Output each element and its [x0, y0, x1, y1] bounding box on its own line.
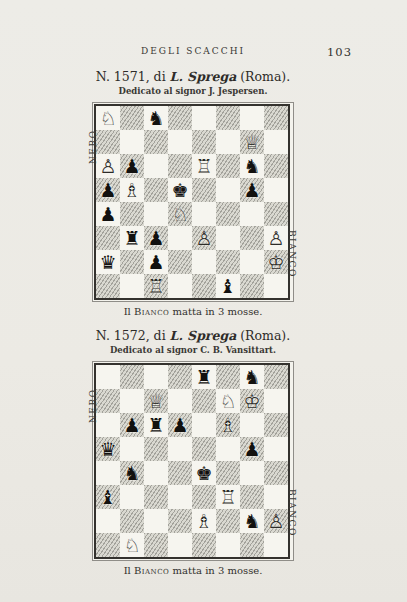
- chess-board-1: ♘♞♕♙♟♖♞♟♗♚♟♟♘♜♟♙♙♛♟♔♖♝: [94, 104, 290, 300]
- square-r8c2: ♘: [120, 533, 144, 557]
- square-r6c1: [96, 226, 120, 250]
- dedication-name: J. Jespersen.: [209, 86, 268, 96]
- square-r2c7: ♕: [240, 130, 264, 154]
- white-side-label: BIANCO: [287, 230, 297, 278]
- square-r1c7: ♞: [240, 365, 264, 389]
- square-r1c2: [120, 106, 144, 130]
- square-r5c2: [120, 202, 144, 226]
- white-rook: ♖: [147, 277, 164, 296]
- white-knight: ♘: [99, 109, 116, 128]
- square-r7c2: [120, 509, 144, 533]
- chess-board-2: ♜♞♕♘♔♟♜♟♗♛♟♞♚♝♖♗♞♙♘: [94, 363, 290, 559]
- square-r7c5: ♗: [192, 509, 216, 533]
- caption-suffix: matta in 3 mosse.: [169, 306, 262, 317]
- square-r5c4: ♘: [168, 202, 192, 226]
- white-king: ♔: [243, 392, 260, 411]
- square-r5c6: [216, 202, 240, 226]
- white-side-label: BIANCO: [287, 489, 297, 537]
- square-r2c6: [216, 130, 240, 154]
- square-r5c8: [264, 461, 288, 485]
- square-r8c4: [168, 533, 192, 557]
- square-r1c8: [264, 365, 288, 389]
- caption-emph: Bianco: [134, 306, 169, 317]
- board-frame: ♜♞♕♘♔♟♜♟♗♛♟♞♚♝♖♗♞♙♘: [92, 361, 294, 561]
- square-r3c6: ♗: [216, 413, 240, 437]
- white-pawn: ♙: [195, 229, 212, 248]
- square-r8c7: [240, 533, 264, 557]
- white-king: ♔: [267, 253, 284, 272]
- square-r4c6: [216, 437, 240, 461]
- page-header: DEGLI SCACCHI 103: [58, 46, 328, 60]
- square-r3c8: [264, 154, 288, 178]
- caption-suffix: matta in 3 mosse.: [169, 565, 262, 576]
- square-r2c4: [168, 130, 192, 154]
- square-r7c3: ♟: [144, 250, 168, 274]
- black-queen: ♛: [99, 440, 116, 459]
- square-r6c5: ♙: [192, 226, 216, 250]
- white-queen: ♕: [243, 133, 260, 152]
- square-r4c7: ♟: [240, 178, 264, 202]
- square-r3c7: [240, 413, 264, 437]
- problem-2-number: N. 1572, di: [96, 328, 170, 343]
- square-r7c3: [144, 509, 168, 533]
- black-knight: ♞: [123, 464, 140, 483]
- square-r2c4: [168, 389, 192, 413]
- square-r4c6: [216, 178, 240, 202]
- square-r2c2: [120, 130, 144, 154]
- square-r8c3: ♖: [144, 274, 168, 298]
- black-rook: ♜: [147, 416, 164, 435]
- square-r6c4: [168, 226, 192, 250]
- square-r2c5: [192, 389, 216, 413]
- white-pawn: ♙: [267, 512, 284, 531]
- black-knight: ♞: [243, 157, 260, 176]
- white-bishop: ♗: [219, 416, 236, 435]
- square-r7c8: ♔: [264, 250, 288, 274]
- black-pawn: ♟: [171, 416, 188, 435]
- square-r1c1: ♘: [96, 106, 120, 130]
- square-r4c5: [192, 437, 216, 461]
- problem-1-stipulation: Il Bianco matta in 3 mosse.: [58, 306, 328, 317]
- square-r6c2: ♜: [120, 226, 144, 250]
- square-r5c5: ♚: [192, 461, 216, 485]
- square-r3c6: [216, 154, 240, 178]
- square-r1c5: ♜: [192, 365, 216, 389]
- square-r3c1: [96, 413, 120, 437]
- problem-1-author: L. Sprega: [170, 69, 237, 84]
- square-r7c4: [168, 509, 192, 533]
- square-r5c7: [240, 202, 264, 226]
- white-bishop: ♗: [123, 181, 140, 200]
- black-king: ♚: [195, 464, 212, 483]
- square-r4c2: [120, 437, 144, 461]
- square-r4c4: ♚: [168, 178, 192, 202]
- dedication-label: Dedicato al signor: [119, 86, 209, 96]
- square-r7c7: [240, 250, 264, 274]
- problem-2-dedication: Dedicato al signor C. B. Vansittart.: [58, 345, 328, 355]
- black-pawn: ♟: [147, 229, 164, 248]
- square-r4c8: [264, 178, 288, 202]
- square-r2c6: ♘: [216, 389, 240, 413]
- page-number: 103: [327, 45, 352, 59]
- square-r6c1: ♝: [96, 485, 120, 509]
- black-bishop: ♝: [219, 277, 236, 296]
- square-r5c3: [144, 202, 168, 226]
- problem-2-place: (Roma).: [236, 328, 290, 343]
- dedication-name: C. B. Vansittart.: [200, 345, 276, 355]
- black-side-label: NERO: [88, 388, 98, 423]
- square-r6c8: ♙: [264, 226, 288, 250]
- square-r2c8: [264, 389, 288, 413]
- black-pawn: ♟: [243, 440, 260, 459]
- problem-1-place: (Roma).: [236, 69, 290, 84]
- square-r1c1: [96, 365, 120, 389]
- black-pawn: ♟: [123, 416, 140, 435]
- caption-emph: Bianco: [134, 565, 169, 576]
- square-r4c2: ♗: [120, 178, 144, 202]
- square-r5c8: [264, 202, 288, 226]
- square-r6c6: [216, 226, 240, 250]
- square-r8c3: [144, 533, 168, 557]
- square-r8c8: [264, 533, 288, 557]
- square-r2c8: [264, 130, 288, 154]
- black-knight: ♞: [147, 109, 164, 128]
- square-r4c3: [144, 178, 168, 202]
- square-r8c5: [192, 533, 216, 557]
- square-r5c6: [216, 461, 240, 485]
- square-r7c6: [216, 509, 240, 533]
- square-r3c1: ♙: [96, 154, 120, 178]
- square-r3c5: [192, 413, 216, 437]
- square-r8c2: [120, 274, 144, 298]
- black-bishop: ♝: [99, 488, 116, 507]
- black-rook: ♜: [195, 368, 212, 387]
- problem-2-title: N. 1572, di L. Sprega (Roma).: [58, 328, 328, 343]
- square-r3c4: ♟: [168, 413, 192, 437]
- square-r1c6: [216, 365, 240, 389]
- problem-1-title: N. 1571, di L. Sprega (Roma).: [58, 69, 328, 84]
- square-r8c1: [96, 274, 120, 298]
- square-r4c3: [144, 437, 168, 461]
- square-r2c7: ♔: [240, 389, 264, 413]
- square-r8c6: [216, 533, 240, 557]
- book-page: DEGLI SCACCHI 103 N. 1571, di L. Sprega …: [0, 0, 407, 602]
- white-knight: ♘: [123, 536, 140, 555]
- white-knight: ♘: [171, 205, 188, 224]
- problem-2-author: L. Sprega: [170, 328, 237, 343]
- running-title: DEGLI SCACCHI: [58, 46, 328, 56]
- square-r1c8: [264, 106, 288, 130]
- square-r3c2: ♟: [120, 413, 144, 437]
- black-knight: ♞: [243, 512, 260, 531]
- square-r2c3: ♕: [144, 389, 168, 413]
- caption-prefix: Il: [124, 565, 134, 576]
- square-r4c1: ♛: [96, 437, 120, 461]
- square-r1c2: [120, 365, 144, 389]
- white-knight: ♘: [219, 392, 236, 411]
- square-r5c4: [168, 461, 192, 485]
- black-pawn: ♟: [243, 181, 260, 200]
- white-rook: ♖: [219, 488, 236, 507]
- square-r7c2: [120, 250, 144, 274]
- square-r5c7: [240, 461, 264, 485]
- chess-diagram-1: NERO BIANCO ♘♞♕♙♟♖♞♟♗♚♟♟♘♜♟♙♙♛♟♔♖♝: [92, 102, 294, 302]
- square-r4c8: [264, 437, 288, 461]
- square-r7c1: [96, 509, 120, 533]
- square-r8c6: ♝: [216, 274, 240, 298]
- caption-prefix: Il: [124, 306, 134, 317]
- black-pawn: ♟: [147, 253, 164, 272]
- square-r3c8: [264, 413, 288, 437]
- problem-1-dedication: Dedicato al signor J. Jespersen.: [58, 86, 328, 96]
- black-pawn: ♟: [123, 157, 140, 176]
- square-r2c1: [96, 389, 120, 413]
- square-r5c5: [192, 202, 216, 226]
- square-r8c7: [240, 274, 264, 298]
- black-pawn: ♟: [99, 205, 116, 224]
- square-r3c3: [144, 154, 168, 178]
- square-r7c5: [192, 250, 216, 274]
- black-side-label: NERO: [88, 129, 98, 164]
- square-r4c4: [168, 437, 192, 461]
- black-queen: ♛: [99, 253, 116, 272]
- square-r8c5: [192, 274, 216, 298]
- square-r4c1: ♟: [96, 178, 120, 202]
- white-queen: ♕: [147, 392, 164, 411]
- square-r7c1: ♛: [96, 250, 120, 274]
- square-r8c8: [264, 274, 288, 298]
- square-r6c3: ♟: [144, 226, 168, 250]
- black-pawn: ♟: [99, 181, 116, 200]
- square-r5c1: ♟: [96, 202, 120, 226]
- square-r1c6: [216, 106, 240, 130]
- square-r6c5: [192, 485, 216, 509]
- board-frame: ♘♞♕♙♟♖♞♟♗♚♟♟♘♜♟♙♙♛♟♔♖♝: [92, 102, 294, 302]
- square-r5c1: [96, 461, 120, 485]
- chess-diagram-2: NERO BIANCO ♜♞♕♘♔♟♜♟♗♛♟♞♚♝♖♗♞♙♘: [92, 361, 294, 561]
- square-r7c6: [216, 250, 240, 274]
- square-r2c1: [96, 130, 120, 154]
- square-r6c4: [168, 485, 192, 509]
- square-r6c6: ♖: [216, 485, 240, 509]
- square-r4c5: [192, 178, 216, 202]
- square-r8c4: [168, 274, 192, 298]
- square-r6c7: [240, 226, 264, 250]
- problem-1-number: N. 1571, di: [96, 69, 170, 84]
- square-r7c7: ♞: [240, 509, 264, 533]
- square-r1c5: [192, 106, 216, 130]
- square-r5c3: [144, 461, 168, 485]
- square-r3c7: ♞: [240, 154, 264, 178]
- square-r1c3: [144, 365, 168, 389]
- problem-2-stipulation: Il Bianco matta in 3 mosse.: [58, 565, 328, 576]
- square-r1c7: [240, 106, 264, 130]
- square-r3c4: [168, 154, 192, 178]
- square-r7c4: [168, 250, 192, 274]
- square-r3c3: ♜: [144, 413, 168, 437]
- white-rook: ♖: [195, 157, 212, 176]
- square-r3c5: ♖: [192, 154, 216, 178]
- white-pawn: ♙: [99, 157, 116, 176]
- square-r5c2: ♞: [120, 461, 144, 485]
- square-r1c4: [168, 106, 192, 130]
- square-r6c3: [144, 485, 168, 509]
- square-r4c7: ♟: [240, 437, 264, 461]
- square-r8c1: [96, 533, 120, 557]
- dedication-label: Dedicato al signor: [110, 345, 200, 355]
- square-r6c2: [120, 485, 144, 509]
- square-r3c2: ♟: [120, 154, 144, 178]
- square-r2c3: [144, 130, 168, 154]
- white-bishop: ♗: [195, 512, 212, 531]
- square-r1c4: [168, 365, 192, 389]
- square-r1c3: ♞: [144, 106, 168, 130]
- black-knight: ♞: [243, 368, 260, 387]
- square-r6c8: [264, 485, 288, 509]
- square-r2c5: [192, 130, 216, 154]
- white-pawn: ♙: [267, 229, 284, 248]
- square-r6c7: [240, 485, 264, 509]
- square-r2c2: [120, 389, 144, 413]
- square-r7c8: ♙: [264, 509, 288, 533]
- black-rook: ♜: [123, 229, 140, 248]
- black-king: ♚: [171, 181, 188, 200]
